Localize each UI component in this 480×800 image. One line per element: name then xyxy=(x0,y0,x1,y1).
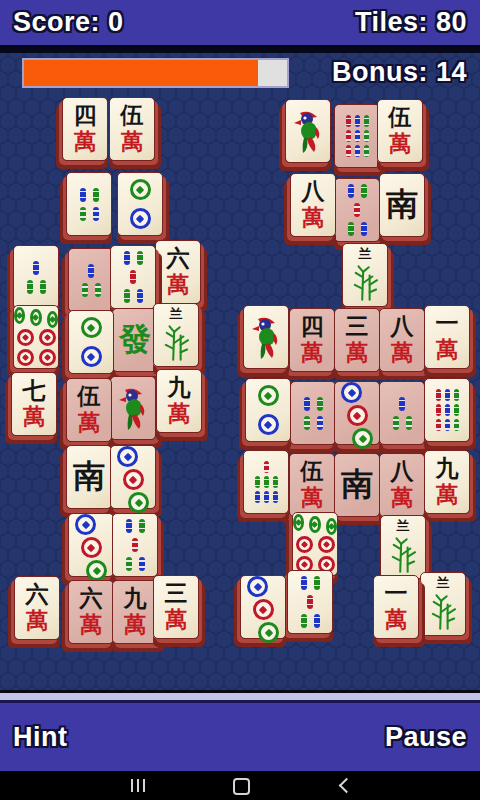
tile-F[interactable]: 兰 xyxy=(153,303,199,367)
bonus-row: Bonus: 14 xyxy=(0,57,480,91)
top-bar: Score: 0 Tiles: 80 xyxy=(0,0,480,45)
tile-d3[interactable] xyxy=(334,381,380,445)
tile-b5[interactable] xyxy=(110,245,156,309)
tile-d7[interactable] xyxy=(292,512,338,576)
tile-b9[interactable] xyxy=(334,104,380,168)
board: 四萬伍萬六萬發兰 七萬伍萬 九萬南六萬六萬九萬三萬 伍萬八萬南兰 xyxy=(0,0,480,800)
tile-m5[interactable]: 伍萬 xyxy=(289,453,335,517)
bird-one-bamboo-icon xyxy=(292,108,324,154)
tile-man-char: 萬 xyxy=(69,613,113,636)
tile-d2[interactable] xyxy=(68,310,114,374)
tile-GD[interactable]: 發 xyxy=(112,308,158,372)
bird-one-bamboo-icon xyxy=(117,385,149,431)
score-label: Score: 0 xyxy=(13,7,124,38)
flower-char: 兰 xyxy=(421,576,465,589)
tile-m5[interactable]: 伍萬 xyxy=(377,99,423,163)
tile-m6[interactable]: 六萬 xyxy=(155,240,201,304)
tile-man-char: 萬 xyxy=(378,132,422,155)
tile-d3[interactable] xyxy=(68,513,114,577)
tile-number-char: 一 xyxy=(425,310,469,338)
tile-m9[interactable]: 九萬 xyxy=(424,450,470,514)
tile-m3[interactable]: 三萬 xyxy=(334,308,380,372)
bamboo-plant-icon xyxy=(352,264,378,302)
tile-number-char: 伍 xyxy=(67,383,111,411)
tile-m5[interactable]: 伍萬 xyxy=(109,97,155,161)
tile-man-char: 萬 xyxy=(12,405,56,428)
tile-number-char: 六 xyxy=(156,245,200,273)
back-icon[interactable] xyxy=(339,778,355,794)
tile-number-char: 一 xyxy=(374,580,418,608)
tile-b5[interactable] xyxy=(112,513,158,577)
tile-S[interactable]: 南 xyxy=(379,173,425,237)
flower-char: 兰 xyxy=(343,247,387,260)
green-dragon-char: 發 xyxy=(113,309,157,371)
tile-number-char: 八 xyxy=(380,313,424,341)
tile-number-char: 八 xyxy=(291,178,335,206)
tile-m8[interactable]: 八萬 xyxy=(379,308,425,372)
tile-man-char: 萬 xyxy=(425,483,469,506)
tile-number-char: 七 xyxy=(12,377,56,405)
tile-m5[interactable]: 伍萬 xyxy=(66,378,112,442)
tile-man-char: 萬 xyxy=(110,130,154,153)
bottom-bar: Hint Pause xyxy=(0,703,480,771)
tile-man-char: 萬 xyxy=(335,341,379,364)
tile-b4[interactable] xyxy=(290,381,336,445)
tile-number-char: 九 xyxy=(113,585,157,613)
tile-m4[interactable]: 四萬 xyxy=(62,97,108,161)
tile-man-char: 萬 xyxy=(63,130,107,153)
tile-d2[interactable] xyxy=(117,172,163,236)
bamboo-plant-icon xyxy=(430,593,456,631)
south-wind-char: 南 xyxy=(335,454,379,516)
home-icon[interactable] xyxy=(233,778,250,795)
android-nav-bar xyxy=(0,771,480,800)
south-wind-char: 南 xyxy=(67,446,111,508)
flower-char: 兰 xyxy=(154,307,198,320)
tile-d3[interactable] xyxy=(110,445,156,509)
tile-number-char: 九 xyxy=(157,374,201,402)
bamboo-plant-icon xyxy=(163,324,189,362)
tile-man-char: 萬 xyxy=(290,486,334,509)
tile-S[interactable]: 南 xyxy=(334,453,380,517)
tile-number-char: 四 xyxy=(290,313,334,341)
tile-b5[interactable] xyxy=(287,570,333,634)
tile-m9[interactable]: 九萬 xyxy=(112,580,158,644)
tile-d3[interactable] xyxy=(240,575,286,639)
tile-man-char: 萬 xyxy=(374,608,418,631)
tile-number-char: 六 xyxy=(69,585,113,613)
bottom-divider-light xyxy=(0,693,480,700)
bonus-label: Bonus: 14 xyxy=(332,57,467,88)
tile-b7[interactable] xyxy=(243,450,289,514)
tile-man-char: 萬 xyxy=(291,206,335,229)
tile-m6[interactable]: 六萬 xyxy=(68,580,114,644)
tile-m4[interactable]: 四萬 xyxy=(289,308,335,372)
hint-button[interactable]: Hint xyxy=(13,722,67,753)
tile-number-char: 伍 xyxy=(110,102,154,130)
tile-man-char: 萬 xyxy=(380,486,424,509)
tile-man-char: 萬 xyxy=(156,273,200,296)
tile-b3[interactable] xyxy=(68,248,114,312)
tile-number-char: 四 xyxy=(63,102,107,130)
tile-b5[interactable] xyxy=(334,178,380,242)
tile-man-char: 萬 xyxy=(15,609,59,632)
tile-number-char: 六 xyxy=(15,581,59,609)
tile-man-char: 萬 xyxy=(290,341,334,364)
tile-m1[interactable]: 一萬 xyxy=(373,575,419,639)
tile-number-char: 九 xyxy=(425,455,469,483)
tiles-label: Tiles: 80 xyxy=(355,7,467,38)
tile-man-char: 萬 xyxy=(425,338,469,361)
tile-b4[interactable] xyxy=(66,172,112,236)
tile-m7[interactable]: 七萬 xyxy=(11,372,57,436)
tile-number-char: 三 xyxy=(335,313,379,341)
tile-man-char: 萬 xyxy=(67,411,111,434)
tile-man-char: 萬 xyxy=(380,341,424,364)
tile-number-char: 三 xyxy=(154,580,198,608)
tile-b1[interactable] xyxy=(110,376,156,440)
tile-man-char: 萬 xyxy=(157,402,201,425)
bird-one-bamboo-icon xyxy=(250,314,282,360)
bonus-progress-fill xyxy=(24,60,258,86)
tile-F[interactable]: 兰 xyxy=(342,243,388,307)
tile-m8[interactable]: 八萬 xyxy=(379,453,425,517)
pause-button[interactable]: Pause xyxy=(385,722,467,753)
tile-b3[interactable] xyxy=(379,381,425,445)
tile-d7[interactable] xyxy=(13,305,59,369)
tile-F[interactable]: 兰 xyxy=(380,515,426,579)
tile-d2[interactable] xyxy=(245,378,291,442)
tile-b3[interactable] xyxy=(13,245,59,309)
tile-number-char: 伍 xyxy=(378,104,422,132)
tile-m3[interactable]: 三萬 xyxy=(153,575,199,639)
tile-m1[interactable]: 一萬 xyxy=(424,305,470,369)
tile-F[interactable]: 兰 xyxy=(420,572,466,636)
tile-m8[interactable]: 八萬 xyxy=(290,173,336,237)
tile-man-char: 萬 xyxy=(154,608,198,631)
tile-number-char: 八 xyxy=(380,458,424,486)
tile-b1[interactable] xyxy=(285,99,331,163)
tile-b9[interactable] xyxy=(424,378,470,442)
tile-S[interactable]: 南 xyxy=(66,445,112,509)
mahjong-app-screen: 四萬伍萬六萬發兰 七萬伍萬 九萬南六萬六萬九萬三萬 伍萬八萬南兰 xyxy=(0,0,480,800)
bonus-progress-bar xyxy=(22,58,289,88)
tile-number-char: 伍 xyxy=(290,458,334,486)
tile-m6[interactable]: 六萬 xyxy=(14,576,60,640)
recents-icon[interactable] xyxy=(131,779,145,792)
flower-char: 兰 xyxy=(381,519,425,532)
tile-b1[interactable] xyxy=(243,305,289,369)
tile-m9[interactable]: 九萬 xyxy=(156,369,202,433)
top-divider xyxy=(0,45,480,53)
south-wind-char: 南 xyxy=(380,174,424,236)
tile-man-char: 萬 xyxy=(113,613,157,636)
bamboo-plant-icon xyxy=(390,536,416,574)
